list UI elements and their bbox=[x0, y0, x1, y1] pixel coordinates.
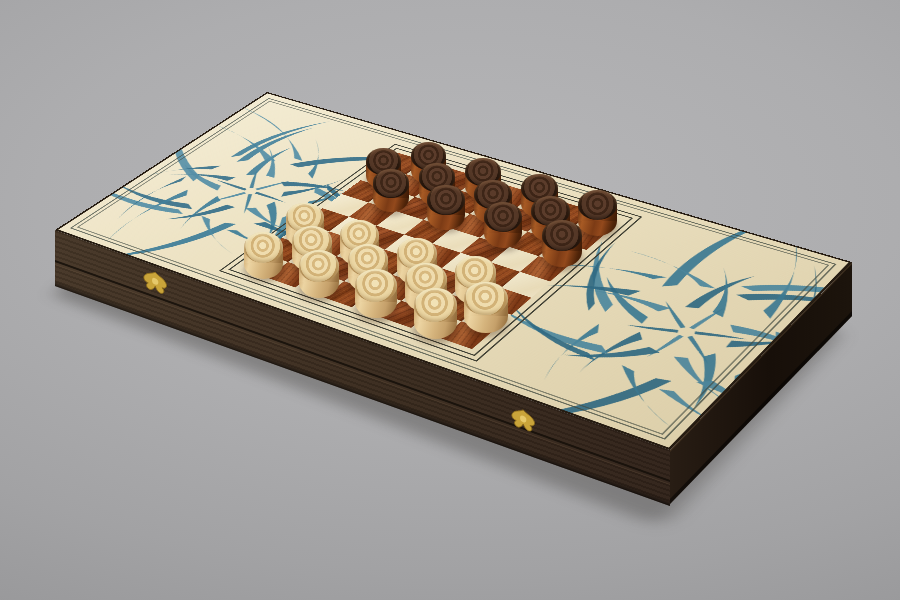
checker-piece-dark[interactable] bbox=[578, 190, 617, 235]
checker-piece-light[interactable] bbox=[414, 288, 457, 339]
piece-top bbox=[542, 220, 582, 251]
checker-piece-dark[interactable] bbox=[484, 202, 523, 248]
checker-piece-dark[interactable] bbox=[542, 220, 582, 267]
checker-piece-dark[interactable] bbox=[373, 169, 410, 212]
checker-piece-dark[interactable] bbox=[427, 185, 465, 229]
piece-top bbox=[464, 282, 507, 316]
piece-top bbox=[355, 269, 397, 302]
piece-top bbox=[578, 190, 617, 220]
checker-piece-light[interactable] bbox=[244, 232, 283, 279]
brass-latch-icon bbox=[506, 401, 540, 440]
piece-top bbox=[244, 232, 283, 263]
checker-piece-light[interactable] bbox=[299, 250, 340, 298]
checker-piece-light[interactable] bbox=[464, 282, 507, 333]
piece-top bbox=[373, 169, 410, 198]
piece-top bbox=[414, 288, 457, 322]
piece-top bbox=[299, 250, 340, 282]
product-photo-scene bbox=[0, 0, 900, 600]
piece-top bbox=[427, 185, 465, 214]
checker-piece-light[interactable] bbox=[355, 269, 397, 319]
